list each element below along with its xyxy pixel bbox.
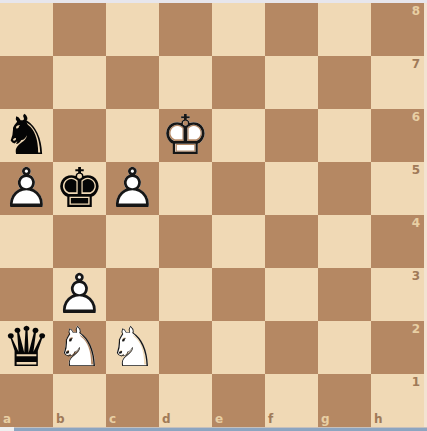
square-g1[interactable]: g — [318, 374, 371, 427]
window-bottom-edge — [0, 427, 427, 431]
square-h2[interactable]: 2 — [371, 321, 424, 374]
piece-wN-c2: ♞♘ — [106, 321, 159, 374]
square-c5[interactable]: ♟♙ — [106, 162, 159, 215]
rank-label-2: 2 — [412, 323, 420, 335]
piece-glyph-outline: ♘ — [108, 321, 157, 374]
chess-board: 87♞♚♔6♟♙♚♟♙54♟♙3♛♞♘♞♘2abcdefgh1 — [0, 3, 424, 427]
square-g3[interactable] — [318, 268, 371, 321]
square-d8[interactable] — [159, 3, 212, 56]
square-f4[interactable] — [265, 215, 318, 268]
file-label-d: d — [162, 413, 171, 425]
square-b2[interactable]: ♞♘ — [53, 321, 106, 374]
square-b7[interactable] — [53, 56, 106, 109]
square-g5[interactable] — [318, 162, 371, 215]
square-g2[interactable] — [318, 321, 371, 374]
square-h3[interactable]: 3 — [371, 268, 424, 321]
square-c3[interactable] — [106, 268, 159, 321]
piece-glyph-fill: ♟ — [108, 162, 157, 215]
file-label-b: b — [56, 413, 65, 425]
square-f3[interactable] — [265, 268, 318, 321]
square-f2[interactable] — [265, 321, 318, 374]
piece-glyph-outline: ♙ — [108, 162, 157, 215]
square-e3[interactable] — [212, 268, 265, 321]
square-a4[interactable] — [0, 215, 53, 268]
square-e8[interactable] — [212, 3, 265, 56]
square-f6[interactable] — [265, 109, 318, 162]
square-e1[interactable]: e — [212, 374, 265, 427]
square-b3[interactable]: ♟♙ — [53, 268, 106, 321]
square-f8[interactable] — [265, 3, 318, 56]
rank-label-3: 3 — [412, 270, 420, 282]
piece-wK-d6: ♚♔ — [159, 109, 212, 162]
square-g6[interactable] — [318, 109, 371, 162]
rank-label-5: 5 — [412, 164, 420, 176]
piece-bQ-a2: ♛ — [0, 321, 53, 374]
rank-label-7: 7 — [412, 58, 420, 70]
file-label-g: g — [321, 413, 330, 425]
piece-glyph-outline: ♘ — [55, 321, 104, 374]
square-b6[interactable] — [53, 109, 106, 162]
square-e7[interactable] — [212, 56, 265, 109]
square-b8[interactable] — [53, 3, 106, 56]
square-b4[interactable] — [53, 215, 106, 268]
piece-glyph-outline: ♔ — [161, 109, 210, 162]
piece-wN-b2: ♞♘ — [53, 321, 106, 374]
square-d2[interactable] — [159, 321, 212, 374]
window-bottom-corner — [0, 427, 14, 431]
rank-label-8: 8 — [412, 5, 420, 17]
file-label-a: a — [3, 413, 11, 425]
square-g7[interactable] — [318, 56, 371, 109]
square-f1[interactable]: f — [265, 374, 318, 427]
square-c7[interactable] — [106, 56, 159, 109]
square-h5[interactable]: 5 — [371, 162, 424, 215]
piece-glyph-fill: ♚ — [55, 162, 104, 215]
piece-wP-a5: ♟♙ — [0, 162, 53, 215]
square-a7[interactable] — [0, 56, 53, 109]
square-c4[interactable] — [106, 215, 159, 268]
square-d7[interactable] — [159, 56, 212, 109]
square-a3[interactable] — [0, 268, 53, 321]
square-a2[interactable]: ♛ — [0, 321, 53, 374]
square-g8[interactable] — [318, 3, 371, 56]
square-a5[interactable]: ♟♙ — [0, 162, 53, 215]
square-a6[interactable]: ♞ — [0, 109, 53, 162]
piece-glyph-fill: ♞ — [55, 321, 104, 374]
square-d4[interactable] — [159, 215, 212, 268]
square-f5[interactable] — [265, 162, 318, 215]
piece-bN-a6: ♞ — [0, 109, 53, 162]
piece-glyph-fill: ♛ — [2, 321, 51, 374]
square-d5[interactable] — [159, 162, 212, 215]
square-h8[interactable]: 8 — [371, 3, 424, 56]
square-d3[interactable] — [159, 268, 212, 321]
square-b1[interactable]: b — [53, 374, 106, 427]
rank-label-6: 6 — [412, 111, 420, 123]
square-f7[interactable] — [265, 56, 318, 109]
piece-glyph-fill: ♞ — [2, 109, 51, 162]
square-e2[interactable] — [212, 321, 265, 374]
piece-glyph-outline: ♙ — [55, 268, 104, 321]
square-h1[interactable]: h1 — [371, 374, 424, 427]
square-c6[interactable] — [106, 109, 159, 162]
square-a8[interactable] — [0, 3, 53, 56]
piece-glyph-fill: ♞ — [108, 321, 157, 374]
square-e5[interactable] — [212, 162, 265, 215]
square-d6[interactable]: ♚♔ — [159, 109, 212, 162]
square-h4[interactable]: 4 — [371, 215, 424, 268]
square-b5[interactable]: ♚ — [53, 162, 106, 215]
square-g4[interactable] — [318, 215, 371, 268]
square-h7[interactable]: 7 — [371, 56, 424, 109]
square-c2[interactable]: ♞♘ — [106, 321, 159, 374]
piece-wP-b3: ♟♙ — [53, 268, 106, 321]
file-label-c: c — [109, 413, 116, 425]
square-a1[interactable]: a — [0, 374, 53, 427]
file-label-h: h — [374, 413, 383, 425]
file-label-f: f — [268, 413, 273, 425]
rank-label-1: 1 — [412, 376, 420, 388]
piece-glyph-fill: ♟ — [2, 162, 51, 215]
file-label-e: e — [215, 413, 223, 425]
square-d1[interactable]: d — [159, 374, 212, 427]
piece-glyph-fill: ♚ — [161, 109, 210, 162]
piece-bK-b5: ♚ — [53, 162, 106, 215]
chess-app-window: 87♞♚♔6♟♙♚♟♙54♟♙3♛♞♘♞♘2abcdefgh1 — [0, 0, 427, 431]
piece-wP-c5: ♟♙ — [106, 162, 159, 215]
square-e6[interactable] — [212, 109, 265, 162]
square-e4[interactable] — [212, 215, 265, 268]
square-h6[interactable]: 6 — [371, 109, 424, 162]
rank-label-4: 4 — [412, 217, 420, 229]
piece-glyph-outline: ♙ — [2, 162, 51, 215]
piece-glyph-fill: ♟ — [55, 268, 104, 321]
square-c8[interactable] — [106, 3, 159, 56]
square-c1[interactable]: c — [106, 374, 159, 427]
